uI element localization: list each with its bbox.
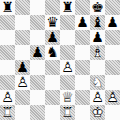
square-g3[interactable]: ♘ [90,75,105,90]
piece-white-queen: ♕ [61,90,74,105]
square-d6[interactable]: ♟ [45,30,60,45]
square-f6[interactable] [75,30,90,45]
piece-black-pawn: ♟ [46,30,59,45]
piece-white-bishop: ♗ [91,45,104,60]
square-b6[interactable] [15,30,30,45]
square-g5[interactable]: ♗ [90,45,105,60]
piece-black-pawn: ♟ [16,60,29,75]
square-c4[interactable] [30,60,45,75]
square-f4[interactable] [75,60,90,75]
square-d7[interactable]: ♛ [45,15,60,30]
square-a5[interactable] [0,45,15,60]
piece-black-pawn: ♟ [91,30,104,45]
square-g7[interactable]: ♝ [90,15,105,30]
square-f8[interactable] [75,0,90,15]
square-a8[interactable]: ♜ [0,0,15,15]
piece-white-pawn: ♙ [106,90,119,105]
piece-white-rook: ♖ [1,105,14,120]
square-d3[interactable] [45,75,60,90]
square-c3[interactable] [30,75,45,90]
square-f5[interactable] [75,45,90,60]
square-f1[interactable] [75,105,90,120]
square-a1[interactable]: ♖ [0,105,15,120]
square-e5[interactable] [60,45,75,60]
chess-board: ♜♜♚♛♟♝♟♟♟♟♞♗♟♙♙♘♙♕♙♙♖♖♔ [0,0,120,120]
square-h4[interactable] [105,60,120,75]
square-h1[interactable] [105,105,120,120]
square-h3[interactable] [105,75,120,90]
square-h7[interactable]: ♟ [105,15,120,30]
piece-black-queen: ♛ [46,15,59,30]
piece-white-king: ♔ [91,105,104,120]
square-a4[interactable] [0,60,15,75]
square-b4[interactable]: ♟ [15,60,30,75]
piece-black-bishop: ♝ [91,15,104,30]
square-g8[interactable]: ♚ [90,0,105,15]
square-h5[interactable] [105,45,120,60]
piece-black-rook: ♜ [1,0,14,15]
piece-white-pawn: ♙ [16,75,29,90]
square-f3[interactable] [75,75,90,90]
square-d1[interactable] [45,105,60,120]
piece-black-pawn: ♟ [31,45,44,60]
square-c1[interactable] [30,105,45,120]
square-c6[interactable] [30,30,45,45]
square-g2[interactable]: ♙ [90,90,105,105]
piece-white-pawn: ♙ [61,60,74,75]
square-h6[interactable] [105,30,120,45]
square-a6[interactable] [0,30,15,45]
piece-black-rook: ♜ [61,0,74,15]
square-g6[interactable]: ♟ [90,30,105,45]
piece-black-pawn: ♟ [76,15,89,30]
square-h8[interactable] [105,0,120,15]
square-f2[interactable] [75,90,90,105]
square-g4[interactable] [90,60,105,75]
square-e8[interactable]: ♜ [60,0,75,15]
square-c7[interactable] [30,15,45,30]
square-e7[interactable] [60,15,75,30]
square-d5[interactable]: ♞ [45,45,60,60]
square-a3[interactable] [0,75,15,90]
square-b8[interactable] [15,0,30,15]
square-b5[interactable] [15,45,30,60]
square-c5[interactable]: ♟ [30,45,45,60]
square-d8[interactable] [45,0,60,15]
square-a2[interactable]: ♙ [0,90,15,105]
square-e1[interactable]: ♖ [60,105,75,120]
square-d2[interactable] [45,90,60,105]
square-g1[interactable]: ♔ [90,105,105,120]
piece-black-king: ♚ [91,0,104,15]
square-e6[interactable] [60,30,75,45]
piece-black-knight: ♞ [46,45,59,60]
square-e3[interactable] [60,75,75,90]
piece-black-pawn: ♟ [106,15,119,30]
square-b7[interactable] [15,15,30,30]
square-h2[interactable]: ♙ [105,90,120,105]
square-c8[interactable] [30,0,45,15]
square-a7[interactable] [0,15,15,30]
piece-white-pawn: ♙ [1,90,14,105]
square-f7[interactable]: ♟ [75,15,90,30]
piece-white-pawn: ♙ [91,90,104,105]
square-c2[interactable] [30,90,45,105]
piece-white-rook: ♖ [61,105,74,120]
square-b1[interactable] [15,105,30,120]
square-e4[interactable]: ♙ [60,60,75,75]
piece-white-knight: ♘ [91,75,104,90]
square-d4[interactable] [45,60,60,75]
square-b3[interactable]: ♙ [15,75,30,90]
square-e2[interactable]: ♕ [60,90,75,105]
square-b2[interactable] [15,90,30,105]
